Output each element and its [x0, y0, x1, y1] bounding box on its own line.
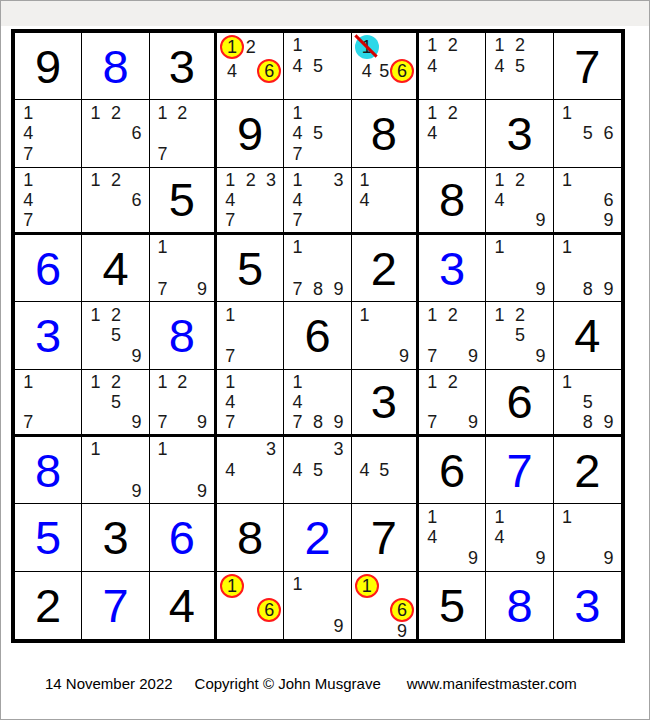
candidate-7[interactable]: 7 [225, 211, 235, 229]
cell-r5c8[interactable]: 1259 [486, 302, 553, 369]
solved-digit-3: 3 [439, 245, 465, 292]
candidate-1[interactable]: 1 [427, 104, 437, 122]
pencil-marks: 12347 [220, 170, 281, 230]
given-digit-6: 6 [304, 312, 330, 359]
candidate-9[interactable]: 9 [535, 211, 545, 229]
candidate-1[interactable]: 1 [495, 238, 505, 256]
candidate-9[interactable]: 9 [535, 347, 545, 365]
given-digit-4: 4 [102, 245, 128, 292]
cell-r6c1[interactable]: 17 [15, 370, 82, 437]
candidate-1-circled-icon[interactable]: 1 [220, 574, 244, 598]
candidate-6-circled-icon[interactable]: 6 [390, 598, 414, 622]
candidate-3[interactable]: 3 [333, 440, 343, 458]
candidate-1[interactable]: 1 [293, 373, 303, 391]
candidate-9[interactable]: 9 [468, 347, 478, 365]
cell-r7c9[interactable]: 2 [554, 437, 621, 504]
pencil-marks: 19 [85, 439, 146, 501]
candidate-8[interactable]: 8 [313, 280, 323, 298]
cell-r6c7[interactable]: 1279 [419, 370, 486, 437]
candidate-1[interactable]: 1 [158, 104, 168, 122]
cell-r7c7[interactable]: 6 [419, 437, 486, 504]
cell-r2c4[interactable]: 9 [217, 100, 284, 167]
given-digit-4: 4 [574, 312, 600, 359]
cell-r6c4[interactable]: 147 [217, 370, 284, 437]
solved-digit-8: 8 [506, 582, 532, 629]
candidate-1[interactable]: 1 [91, 440, 101, 458]
pencil-marks: 1789 [287, 237, 348, 299]
cell-r3c1[interactable]: 147 [15, 168, 82, 235]
cell-r7c4[interactable]: 34 [217, 437, 284, 504]
candidate-9[interactable]: 9 [604, 211, 614, 229]
candidate-6-circled-icon[interactable]: 6 [257, 59, 281, 83]
pencil-marks: 1347 [287, 170, 348, 230]
given-digit-3: 3 [169, 43, 195, 90]
candidate-1[interactable]: 1 [293, 238, 303, 256]
pencil-marks: 149 [422, 506, 483, 568]
cell-r3c2[interactable]: 126 [82, 168, 149, 235]
candidate-7[interactable]: 7 [225, 347, 235, 365]
pencil-marks: 19 [489, 237, 550, 299]
page: 9831246145145612412457147126127914578124… [0, 0, 650, 720]
candidate-1[interactable]: 1 [158, 238, 168, 256]
candidate-7[interactable]: 7 [293, 413, 303, 431]
cell-r4c3[interactable]: 179 [150, 235, 217, 302]
pencil-marks: 1456 [355, 35, 414, 97]
candidate-1[interactable]: 1 [225, 171, 235, 189]
cell-r3c4[interactable]: 12347 [217, 168, 284, 235]
candidate-1[interactable]: 1 [495, 36, 505, 54]
candidate-6[interactable]: 6 [604, 124, 614, 142]
candidate-1[interactable]: 1 [91, 373, 101, 391]
pencil-marks: 1589 [557, 372, 619, 432]
pencil-marks: 126 [85, 170, 146, 230]
cell-r1c2[interactable]: 8 [82, 33, 149, 100]
given-digit-6: 6 [506, 378, 532, 425]
candidate-9[interactable]: 9 [535, 549, 545, 567]
pencil-marks: 149 [489, 506, 550, 568]
candidate-1[interactable]: 1 [495, 306, 505, 324]
solved-digit-5: 5 [35, 514, 61, 561]
cell-r5c7[interactable]: 1279 [419, 302, 486, 369]
pencil-marks: 345 [287, 439, 348, 501]
cell-r9c6[interactable]: 169 [352, 572, 419, 639]
candidate-9[interactable]: 9 [131, 482, 141, 500]
candidate-7[interactable]: 7 [293, 211, 303, 229]
pencil-marks: 126 [85, 102, 146, 164]
given-digit-7: 7 [371, 514, 397, 561]
given-digit-9: 9 [35, 43, 61, 90]
cell-r8c2[interactable]: 3 [82, 504, 149, 571]
pencil-marks: 16 [220, 574, 281, 637]
candidate-1[interactable]: 1 [427, 36, 437, 54]
candidate-4[interactable]: 4 [23, 191, 33, 209]
candidate-4[interactable]: 4 [293, 124, 303, 142]
candidate-1[interactable]: 1 [495, 508, 505, 526]
cell-r4c1[interactable]: 6 [15, 235, 82, 302]
candidate-9[interactable]: 9 [397, 622, 407, 640]
candidate-5[interactable]: 5 [111, 393, 121, 411]
candidate-4[interactable]: 4 [427, 124, 437, 142]
given-digit-3: 3 [102, 514, 128, 561]
cell-r8c8[interactable]: 149 [486, 504, 553, 571]
cell-r7c1[interactable]: 8 [15, 437, 82, 504]
candidate-1[interactable]: 1 [495, 171, 505, 189]
candidate-1[interactable]: 1 [293, 104, 303, 122]
candidate-9[interactable]: 9 [604, 280, 614, 298]
cell-r5c2[interactable]: 1259 [82, 302, 149, 369]
cell-r4c9[interactable]: 189 [554, 235, 621, 302]
candidate-1[interactable]: 1 [562, 104, 572, 122]
solved-digit-6: 6 [35, 245, 61, 292]
candidate-5[interactable]: 5 [515, 326, 525, 344]
pencil-marks: 156 [557, 102, 619, 164]
cell-r8c5[interactable]: 2 [284, 504, 351, 571]
candidate-2[interactable]: 2 [177, 373, 187, 391]
cell-r4c2[interactable]: 4 [82, 235, 149, 302]
cell-r9c4[interactable]: 16 [217, 572, 284, 639]
candidate-2[interactable]: 2 [111, 306, 121, 324]
cell-r9c7[interactable]: 5 [419, 572, 486, 639]
cell-r9c2[interactable]: 7 [82, 572, 149, 639]
cell-r2c9[interactable]: 156 [554, 100, 621, 167]
candidate-7[interactable]: 7 [23, 211, 33, 229]
pencil-marks: 124 [422, 102, 483, 164]
cell-r1c9[interactable]: 7 [554, 33, 621, 100]
cell-r4c6[interactable]: 2 [352, 235, 419, 302]
cell-r8c6[interactable]: 7 [352, 504, 419, 571]
candidate-1[interactable]: 1 [293, 171, 303, 189]
cell-r9c8[interactable]: 8 [486, 572, 553, 639]
candidate-4[interactable]: 4 [293, 57, 303, 75]
pencil-marks: 169 [355, 574, 414, 637]
candidate-9[interactable]: 9 [468, 413, 478, 431]
candidate-9[interactable]: 9 [399, 347, 409, 365]
candidate-4[interactable]: 4 [362, 62, 372, 80]
cell-r2c1[interactable]: 147 [15, 100, 82, 167]
candidate-1-eliminated-icon[interactable]: 1 [355, 35, 379, 59]
candidate-7[interactable]: 7 [23, 145, 33, 163]
candidate-1[interactable]: 1 [225, 306, 235, 324]
candidate-1[interactable]: 1 [427, 373, 437, 391]
candidate-2[interactable]: 2 [111, 104, 121, 122]
candidate-5[interactable]: 5 [313, 461, 323, 479]
pencil-marks: 145 [287, 35, 348, 97]
candidate-1[interactable]: 1 [562, 238, 572, 256]
cell-r6c3[interactable]: 1279 [150, 370, 217, 437]
pencil-marks: 1249 [489, 170, 550, 230]
given-digit-5: 5 [237, 245, 263, 292]
candidate-7[interactable]: 7 [158, 413, 168, 431]
cell-r7c2[interactable]: 19 [82, 437, 149, 504]
candidate-1[interactable]: 1 [562, 508, 572, 526]
candidate-9[interactable]: 9 [197, 413, 207, 431]
pencil-marks: 147 [18, 170, 79, 230]
candidate-3[interactable]: 3 [266, 171, 276, 189]
candidate-4[interactable]: 4 [227, 62, 237, 80]
cell-r1c5[interactable]: 145 [284, 33, 351, 100]
candidate-4[interactable]: 4 [360, 461, 370, 479]
cell-r7c5[interactable]: 345 [284, 437, 351, 504]
candidate-7[interactable]: 7 [158, 280, 168, 298]
cell-r4c4[interactable]: 5 [217, 235, 284, 302]
cell-r5c9[interactable]: 4 [554, 302, 621, 369]
candidate-5[interactable]: 5 [313, 124, 323, 142]
cell-r5c4[interactable]: 17 [217, 302, 284, 369]
given-digit-8: 8 [237, 514, 263, 561]
pencil-marks: 19 [557, 506, 619, 568]
given-digit-5: 5 [439, 582, 465, 629]
candidate-6[interactable]: 6 [131, 124, 141, 142]
pencil-marks: 169 [557, 170, 619, 230]
given-digit-8: 8 [371, 110, 397, 157]
candidate-4[interactable]: 4 [360, 191, 370, 209]
pencil-marks: 189 [557, 237, 619, 299]
candidate-5[interactable]: 5 [313, 57, 323, 75]
cell-r3c7[interactable]: 8 [419, 168, 486, 235]
given-digit-3: 3 [371, 378, 397, 425]
candidate-2[interactable]: 2 [448, 373, 458, 391]
candidate-4[interactable]: 4 [495, 57, 505, 75]
solved-digit-3: 3 [35, 312, 61, 359]
candidate-3[interactable]: 3 [266, 440, 276, 458]
footer-date: 14 November 2022 [45, 675, 173, 692]
pencil-marks: 124 [422, 35, 483, 97]
candidate-6[interactable]: 6 [604, 191, 614, 209]
candidate-2[interactable]: 2 [515, 36, 525, 54]
given-digit-2: 2 [35, 582, 61, 629]
candidate-2[interactable]: 2 [448, 104, 458, 122]
candidate-3[interactable]: 3 [333, 171, 343, 189]
cell-r9c5[interactable]: 19 [284, 572, 351, 639]
candidate-4[interactable]: 4 [225, 461, 235, 479]
footer-copyright: Copyright © John Musgrave [195, 675, 381, 692]
cell-r2c3[interactable]: 127 [150, 100, 217, 167]
pencil-marks: 34 [220, 439, 281, 501]
candidate-4[interactable]: 4 [293, 191, 303, 209]
cell-r2c7[interactable]: 124 [419, 100, 486, 167]
cell-r2c5[interactable]: 1457 [284, 100, 351, 167]
cell-r6c2[interactable]: 1259 [82, 370, 149, 437]
candidate-1[interactable]: 1 [360, 171, 370, 189]
candidate-5[interactable]: 5 [379, 62, 389, 80]
candidate-7[interactable]: 7 [158, 145, 168, 163]
candidate-1[interactable]: 1 [158, 440, 168, 458]
cell-r6c6[interactable]: 3 [352, 370, 419, 437]
candidate-9[interactable]: 9 [333, 413, 343, 431]
cell-r6c8[interactable]: 6 [486, 370, 553, 437]
candidate-4[interactable]: 4 [427, 528, 437, 546]
candidate-4[interactable]: 4 [495, 191, 505, 209]
candidate-9[interactable]: 9 [333, 280, 343, 298]
candidate-1[interactable]: 1 [293, 575, 303, 593]
candidate-1[interactable]: 1 [91, 171, 101, 189]
cell-r8c9[interactable]: 19 [554, 504, 621, 571]
candidate-8[interactable]: 8 [313, 413, 323, 431]
candidate-1[interactable]: 1 [23, 171, 33, 189]
candidate-2[interactable]: 2 [246, 38, 256, 56]
window-top-bar [1, 1, 649, 26]
candidate-1[interactable]: 1 [427, 508, 437, 526]
cell-r2c6[interactable]: 8 [352, 100, 419, 167]
cell-r2c2[interactable]: 126 [82, 100, 149, 167]
candidate-9[interactable]: 9 [333, 617, 343, 635]
cell-r1c7[interactable]: 124 [419, 33, 486, 100]
candidate-2[interactable]: 2 [448, 36, 458, 54]
candidate-1[interactable]: 1 [562, 171, 572, 189]
solved-digit-8: 8 [35, 447, 61, 494]
cell-r3c5[interactable]: 1347 [284, 168, 351, 235]
pencil-marks: 1245 [489, 35, 550, 97]
candidate-9[interactable]: 9 [604, 549, 614, 567]
cell-r7c8[interactable]: 7 [486, 437, 553, 504]
candidate-5[interactable]: 5 [379, 461, 389, 479]
candidate-1[interactable]: 1 [562, 373, 572, 391]
pencil-marks: 1246 [220, 35, 281, 97]
pencil-marks: 147 [18, 102, 79, 164]
candidate-1[interactable]: 1 [91, 306, 101, 324]
cell-r4c8[interactable]: 19 [486, 235, 553, 302]
candidate-1[interactable]: 1 [91, 104, 101, 122]
cell-r6c9[interactable]: 1589 [554, 370, 621, 437]
cell-r5c1[interactable]: 3 [15, 302, 82, 369]
candidate-7[interactable]: 7 [427, 347, 437, 365]
pencil-marks: 1259 [489, 304, 550, 366]
cell-r1c4[interactable]: 1246 [217, 33, 284, 100]
candidate-4[interactable]: 4 [293, 461, 303, 479]
given-digit-6: 6 [439, 447, 465, 494]
cell-r4c5[interactable]: 1789 [284, 235, 351, 302]
candidate-9[interactable]: 9 [197, 482, 207, 500]
candidate-2[interactable]: 2 [448, 306, 458, 324]
candidate-2[interactable]: 2 [111, 171, 121, 189]
cell-r1c3[interactable]: 3 [150, 33, 217, 100]
cell-r3c9[interactable]: 169 [554, 168, 621, 235]
pencil-marks: 1279 [422, 372, 483, 432]
candidate-1[interactable]: 1 [427, 306, 437, 324]
candidate-7[interactable]: 7 [427, 413, 437, 431]
candidate-4[interactable]: 4 [225, 191, 235, 209]
given-digit-8: 8 [439, 176, 465, 223]
candidate-1-circled-icon[interactable]: 1 [355, 574, 379, 598]
cell-r5c3[interactable]: 8 [150, 302, 217, 369]
candidate-4[interactable]: 4 [23, 124, 33, 142]
candidate-4[interactable]: 4 [293, 393, 303, 411]
candidate-5[interactable]: 5 [583, 124, 593, 142]
cell-r7c6[interactable]: 45 [352, 437, 419, 504]
cell-r2c8[interactable]: 3 [486, 100, 553, 167]
candidate-2[interactable]: 2 [515, 171, 525, 189]
given-digit-9: 9 [237, 110, 263, 157]
solved-digit-6: 6 [169, 514, 195, 561]
cell-r4c7[interactable]: 3 [419, 235, 486, 302]
pencil-marks: 147 [220, 372, 281, 432]
candidate-2[interactable]: 2 [246, 171, 256, 189]
cell-r1c6[interactable]: 1456 [352, 33, 419, 100]
candidate-1[interactable]: 1 [23, 104, 33, 122]
cell-r9c1[interactable]: 2 [15, 572, 82, 639]
candidate-4[interactable]: 4 [495, 528, 505, 546]
candidate-7[interactable]: 7 [293, 145, 303, 163]
candidate-5[interactable]: 5 [111, 326, 121, 344]
candidate-1-circled-icon[interactable]: 1 [220, 35, 244, 59]
candidate-1[interactable]: 1 [360, 306, 370, 324]
solved-digit-7: 7 [506, 447, 532, 494]
candidate-7[interactable]: 7 [23, 413, 33, 431]
pencil-marks: 19 [355, 304, 414, 366]
candidate-2[interactable]: 2 [515, 306, 525, 324]
pencil-marks: 1259 [85, 304, 146, 366]
cell-r5c6[interactable]: 19 [352, 302, 419, 369]
candidate-7[interactable]: 7 [225, 413, 235, 431]
cell-r6c5[interactable]: 14789 [284, 370, 351, 437]
candidate-1[interactable]: 1 [225, 373, 235, 391]
solved-digit-7: 7 [102, 582, 128, 629]
candidate-9[interactable]: 9 [468, 549, 478, 567]
given-digit-2: 2 [371, 245, 397, 292]
given-digit-3: 3 [506, 110, 532, 157]
solved-digit-2: 2 [304, 514, 330, 561]
solved-digit-8: 8 [169, 312, 195, 359]
candidate-8[interactable]: 8 [583, 413, 593, 431]
cell-r8c4[interactable]: 8 [217, 504, 284, 571]
candidate-9[interactable]: 9 [197, 280, 207, 298]
sudoku-board: 9831246145145612412457147126127914578124… [11, 29, 625, 643]
candidate-6[interactable]: 6 [131, 191, 141, 209]
candidate-4[interactable]: 4 [427, 57, 437, 75]
candidate-6-circled-icon[interactable]: 6 [390, 59, 414, 83]
candidate-9[interactable]: 9 [131, 347, 141, 365]
candidate-2[interactable]: 2 [177, 104, 187, 122]
solved-digit-8: 8 [102, 43, 128, 90]
cell-r8c3[interactable]: 6 [150, 504, 217, 571]
given-digit-5: 5 [169, 176, 195, 223]
cell-r8c1[interactable]: 5 [15, 504, 82, 571]
candidate-2[interactable]: 2 [111, 373, 121, 391]
pencil-marks: 179 [153, 237, 212, 299]
pencil-marks: 19 [287, 574, 348, 637]
solved-digit-3: 3 [574, 582, 600, 629]
cell-r3c6[interactable]: 14 [352, 168, 419, 235]
cell-r1c8[interactable]: 1245 [486, 33, 553, 100]
pencil-marks: 127 [153, 102, 212, 164]
candidate-7[interactable]: 7 [293, 280, 303, 298]
cell-r8c7[interactable]: 149 [419, 504, 486, 571]
candidate-9[interactable]: 9 [535, 280, 545, 298]
cell-r9c3[interactable]: 4 [150, 572, 217, 639]
candidate-5[interactable]: 5 [515, 57, 525, 75]
candidate-1[interactable]: 1 [23, 373, 33, 391]
cell-r3c8[interactable]: 1249 [486, 168, 553, 235]
candidate-1[interactable]: 1 [293, 36, 303, 54]
pencil-marks: 19 [153, 439, 212, 501]
cell-r5c5[interactable]: 6 [284, 302, 351, 369]
candidate-1[interactable]: 1 [158, 373, 168, 391]
footer: 14 November 2022Copyright © John Musgrav… [45, 675, 577, 692]
pencil-marks: 1279 [153, 372, 212, 432]
cell-r9c9[interactable]: 3 [554, 572, 621, 639]
pencil-marks: 17 [220, 304, 281, 366]
candidate-8[interactable]: 8 [583, 280, 593, 298]
cell-r7c3[interactable]: 19 [150, 437, 217, 504]
pencil-marks: 17 [18, 372, 79, 432]
candidate-6-circled-icon[interactable]: 6 [257, 598, 281, 622]
cell-r3c3[interactable]: 5 [150, 168, 217, 235]
candidate-4[interactable]: 4 [225, 393, 235, 411]
candidate-9[interactable]: 9 [131, 413, 141, 431]
candidate-5[interactable]: 5 [583, 393, 593, 411]
cell-r1c1[interactable]: 9 [15, 33, 82, 100]
candidate-9[interactable]: 9 [604, 413, 614, 431]
